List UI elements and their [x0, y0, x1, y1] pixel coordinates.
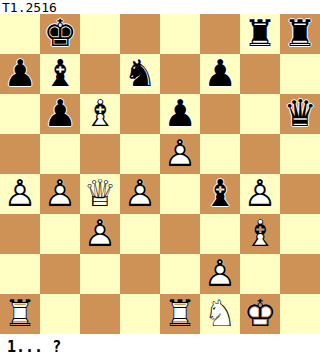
square-f7[interactable]: ♟: [200, 54, 240, 94]
square-c7[interactable]: [80, 54, 120, 94]
black-pawn-piece[interactable]: ♟: [160, 94, 200, 134]
square-g5[interactable]: [240, 134, 280, 174]
white-pawn-glyph-outline: ♙: [240, 174, 280, 214]
square-b8[interactable]: ♚: [40, 14, 80, 54]
square-g8[interactable]: ♜: [240, 14, 280, 54]
square-e7[interactable]: [160, 54, 200, 94]
square-b2[interactable]: [40, 254, 80, 294]
square-b3[interactable]: [40, 214, 80, 254]
square-g2[interactable]: [240, 254, 280, 294]
square-h5[interactable]: [280, 134, 320, 174]
square-g6[interactable]: [240, 94, 280, 134]
square-b6[interactable]: ♟: [40, 94, 80, 134]
square-f2[interactable]: ♟♙: [200, 254, 240, 294]
white-knight-glyph-outline: ♘: [200, 294, 240, 334]
square-c3[interactable]: ♟♙: [80, 214, 120, 254]
square-c5[interactable]: [80, 134, 120, 174]
square-d6[interactable]: [120, 94, 160, 134]
square-h2[interactable]: [280, 254, 320, 294]
square-e3[interactable]: [160, 214, 200, 254]
black-bishop-piece[interactable]: ♝: [40, 54, 80, 94]
black-pawn-glyph: ♟: [0, 54, 40, 94]
square-d3[interactable]: [120, 214, 160, 254]
square-e4[interactable]: [160, 174, 200, 214]
black-knight-piece[interactable]: ♞: [120, 54, 160, 94]
white-bishop-glyph-outline: ♗: [80, 94, 120, 134]
square-e1[interactable]: ♜♖: [160, 294, 200, 334]
black-king-glyph: ♚: [40, 14, 80, 54]
square-h4[interactable]: [280, 174, 320, 214]
square-c1[interactable]: [80, 294, 120, 334]
square-g3[interactable]: ♝♗: [240, 214, 280, 254]
square-g7[interactable]: [240, 54, 280, 94]
black-rook-piece[interactable]: ♜: [240, 14, 280, 54]
black-rook-piece[interactable]: ♜: [280, 14, 320, 54]
white-pawn-glyph-outline: ♙: [0, 174, 40, 214]
square-c4[interactable]: ♛♕: [80, 174, 120, 214]
white-queen-glyph-outline: ♕: [80, 174, 120, 214]
prompt-bar: 1... ?: [0, 334, 320, 360]
white-rook-piece[interactable]: ♜♖: [0, 294, 40, 334]
chess-board: ♚♜♜♟♝♞♟♟♝♗♟♛♟♙♟♙♟♙♛♕♟♙♝♟♙♟♙♝♗♟♙♜♖♜♖♞♘♚♔: [0, 14, 320, 334]
white-king-piece[interactable]: ♚♔: [240, 294, 280, 334]
black-pawn-glyph: ♟: [40, 94, 80, 134]
square-f1[interactable]: ♞♘: [200, 294, 240, 334]
square-h1[interactable]: [280, 294, 320, 334]
square-c8[interactable]: [80, 14, 120, 54]
square-b7[interactable]: ♝: [40, 54, 80, 94]
black-king-piece[interactable]: ♚: [40, 14, 80, 54]
white-pawn-piece[interactable]: ♟♙: [240, 174, 280, 214]
square-e8[interactable]: [160, 14, 200, 54]
white-queen-piece[interactable]: ♛♕: [80, 174, 120, 214]
square-f8[interactable]: [200, 14, 240, 54]
square-f6[interactable]: [200, 94, 240, 134]
square-h7[interactable]: [280, 54, 320, 94]
square-e5[interactable]: ♟♙: [160, 134, 200, 174]
square-d8[interactable]: [120, 14, 160, 54]
white-bishop-piece[interactable]: ♝♗: [80, 94, 120, 134]
square-a6[interactable]: [0, 94, 40, 134]
black-pawn-piece[interactable]: ♟: [40, 94, 80, 134]
square-a7[interactable]: ♟: [0, 54, 40, 94]
black-pawn-piece[interactable]: ♟: [0, 54, 40, 94]
square-f3[interactable]: [200, 214, 240, 254]
white-rook-piece[interactable]: ♜♖: [160, 294, 200, 334]
square-d5[interactable]: [120, 134, 160, 174]
black-bishop-piece[interactable]: ♝: [200, 174, 240, 214]
square-a3[interactable]: [0, 214, 40, 254]
white-king-glyph-outline: ♔: [240, 294, 280, 334]
square-a1[interactable]: ♜♖: [0, 294, 40, 334]
white-rook-glyph-outline: ♖: [0, 294, 40, 334]
white-pawn-glyph-outline: ♙: [160, 134, 200, 174]
square-a5[interactable]: [0, 134, 40, 174]
white-pawn-piece[interactable]: ♟♙: [160, 134, 200, 174]
white-pawn-piece[interactable]: ♟♙: [120, 174, 160, 214]
square-b1[interactable]: [40, 294, 80, 334]
square-a4[interactable]: ♟♙: [0, 174, 40, 214]
white-pawn-piece[interactable]: ♟♙: [0, 174, 40, 214]
square-d2[interactable]: [120, 254, 160, 294]
black-rook-glyph: ♜: [240, 14, 280, 54]
white-pawn-glyph-outline: ♙: [40, 174, 80, 214]
white-rook-glyph-outline: ♖: [160, 294, 200, 334]
white-bishop-piece[interactable]: ♝♗: [240, 214, 280, 254]
white-knight-piece[interactable]: ♞♘: [200, 294, 240, 334]
square-h8[interactable]: ♜: [280, 14, 320, 54]
square-a2[interactable]: [0, 254, 40, 294]
square-g4[interactable]: ♟♙: [240, 174, 280, 214]
square-g1[interactable]: ♚♔: [240, 294, 280, 334]
square-b4[interactable]: ♟♙: [40, 174, 80, 214]
square-f4[interactable]: ♝: [200, 174, 240, 214]
white-pawn-piece[interactable]: ♟♙: [80, 214, 120, 254]
white-bishop-glyph-outline: ♗: [240, 214, 280, 254]
square-h3[interactable]: [280, 214, 320, 254]
black-bishop-glyph: ♝: [40, 54, 80, 94]
white-pawn-piece[interactable]: ♟♙: [40, 174, 80, 214]
black-queen-glyph: ♛: [280, 94, 320, 134]
square-c6[interactable]: ♝♗: [80, 94, 120, 134]
black-knight-glyph: ♞: [120, 54, 160, 94]
white-pawn-glyph-outline: ♙: [200, 254, 240, 294]
square-c2[interactable]: [80, 254, 120, 294]
square-e6[interactable]: ♟: [160, 94, 200, 134]
white-pawn-piece[interactable]: ♟♙: [200, 254, 240, 294]
white-pawn-glyph-outline: ♙: [120, 174, 160, 214]
square-e2[interactable]: [160, 254, 200, 294]
black-pawn-glyph: ♟: [200, 54, 240, 94]
move-prompt: 1... ?: [0, 338, 61, 356]
white-pawn-glyph-outline: ♙: [80, 214, 120, 254]
black-pawn-piece[interactable]: ♟: [200, 54, 240, 94]
black-bishop-glyph: ♝: [200, 174, 240, 214]
black-pawn-glyph: ♟: [160, 94, 200, 134]
square-d1[interactable]: [120, 294, 160, 334]
black-queen-piece[interactable]: ♛: [280, 94, 320, 134]
square-h6[interactable]: ♛: [280, 94, 320, 134]
square-f5[interactable]: [200, 134, 240, 174]
square-d4[interactable]: ♟♙: [120, 174, 160, 214]
square-a8[interactable]: [0, 14, 40, 54]
black-rook-glyph: ♜: [280, 14, 320, 54]
square-d7[interactable]: ♞: [120, 54, 160, 94]
square-b5[interactable]: [40, 134, 80, 174]
